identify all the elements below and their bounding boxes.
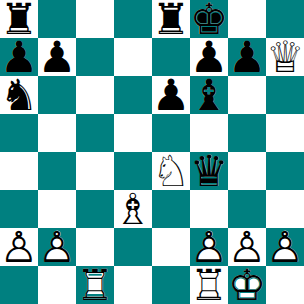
square-c3[interactable] xyxy=(76,190,114,228)
white-bishop-glyph: ♗ xyxy=(114,190,152,228)
square-h2[interactable]: ♟♙ xyxy=(266,228,304,266)
square-h7[interactable]: ♛♕ xyxy=(266,38,304,76)
square-h6[interactable] xyxy=(266,76,304,114)
black-queen-glyph: ♛ xyxy=(190,152,228,190)
square-g4[interactable] xyxy=(228,152,266,190)
piece-white-king[interactable]: ♚♔ xyxy=(228,266,266,304)
square-f1[interactable]: ♜♖ xyxy=(190,266,228,304)
piece-black-knight[interactable]: ♘♞ xyxy=(0,76,38,114)
chess-board: ♖♜♖♜♔♚♙♟♙♟♙♟♙♟♛♕♘♞♙♟♗♝♞♘♕♛♝♗♟♙♟♙♟♙♟♙♟♙♜♖… xyxy=(0,0,304,304)
square-d1[interactable] xyxy=(114,266,152,304)
piece-black-queen[interactable]: ♕♛ xyxy=(190,152,228,190)
square-c4[interactable] xyxy=(76,152,114,190)
square-a4[interactable] xyxy=(0,152,38,190)
square-e6[interactable]: ♙♟ xyxy=(152,76,190,114)
square-a2[interactable]: ♟♙ xyxy=(0,228,38,266)
square-c7[interactable] xyxy=(76,38,114,76)
white-queen-glyph: ♕ xyxy=(266,38,304,76)
piece-white-pawn[interactable]: ♟♙ xyxy=(0,228,38,266)
white-king-glyph: ♔ xyxy=(228,266,266,304)
square-f4[interactable]: ♕♛ xyxy=(190,152,228,190)
square-g5[interactable] xyxy=(228,114,266,152)
piece-white-knight[interactable]: ♞♘ xyxy=(152,152,190,190)
piece-white-rook[interactable]: ♜♖ xyxy=(190,266,228,304)
square-c8[interactable] xyxy=(76,0,114,38)
square-e3[interactable] xyxy=(152,190,190,228)
square-f6[interactable]: ♗♝ xyxy=(190,76,228,114)
square-e1[interactable] xyxy=(152,266,190,304)
white-pawn-glyph: ♙ xyxy=(0,228,38,266)
black-knight-glyph: ♞ xyxy=(0,76,38,114)
square-d5[interactable] xyxy=(114,114,152,152)
square-g1[interactable]: ♚♔ xyxy=(228,266,266,304)
square-a5[interactable] xyxy=(0,114,38,152)
piece-black-pawn[interactable]: ♙♟ xyxy=(152,76,190,114)
square-b4[interactable] xyxy=(38,152,76,190)
white-rook-glyph: ♖ xyxy=(76,266,114,304)
square-e4[interactable]: ♞♘ xyxy=(152,152,190,190)
piece-black-bishop[interactable]: ♗♝ xyxy=(190,76,228,114)
square-e2[interactable] xyxy=(152,228,190,266)
piece-white-pawn[interactable]: ♟♙ xyxy=(266,228,304,266)
white-pawn-glyph: ♙ xyxy=(266,228,304,266)
square-c1[interactable]: ♜♖ xyxy=(76,266,114,304)
square-b5[interactable] xyxy=(38,114,76,152)
square-d7[interactable] xyxy=(114,38,152,76)
black-bishop-glyph: ♝ xyxy=(190,76,228,114)
square-b1[interactable] xyxy=(38,266,76,304)
black-rook-glyph: ♜ xyxy=(152,0,190,38)
square-h1[interactable] xyxy=(266,266,304,304)
square-h4[interactable] xyxy=(266,152,304,190)
square-h5[interactable] xyxy=(266,114,304,152)
piece-white-pawn[interactable]: ♟♙ xyxy=(38,228,76,266)
square-b7[interactable]: ♙♟ xyxy=(38,38,76,76)
square-d6[interactable] xyxy=(114,76,152,114)
square-d8[interactable] xyxy=(114,0,152,38)
black-pawn-glyph: ♟ xyxy=(38,38,76,76)
square-a6[interactable]: ♘♞ xyxy=(0,76,38,114)
square-d2[interactable] xyxy=(114,228,152,266)
square-b2[interactable]: ♟♙ xyxy=(38,228,76,266)
white-pawn-glyph: ♙ xyxy=(38,228,76,266)
white-knight-glyph: ♘ xyxy=(152,152,190,190)
piece-black-pawn[interactable]: ♙♟ xyxy=(228,38,266,76)
piece-white-rook[interactable]: ♜♖ xyxy=(76,266,114,304)
square-a1[interactable] xyxy=(0,266,38,304)
white-rook-glyph: ♖ xyxy=(190,266,228,304)
square-c6[interactable] xyxy=(76,76,114,114)
square-b6[interactable] xyxy=(38,76,76,114)
square-d3[interactable]: ♝♗ xyxy=(114,190,152,228)
piece-white-queen[interactable]: ♛♕ xyxy=(266,38,304,76)
square-c5[interactable] xyxy=(76,114,114,152)
black-pawn-glyph: ♟ xyxy=(152,76,190,114)
piece-black-rook[interactable]: ♖♜ xyxy=(152,0,190,38)
piece-black-pawn[interactable]: ♙♟ xyxy=(38,38,76,76)
square-g6[interactable] xyxy=(228,76,266,114)
piece-white-bishop[interactable]: ♝♗ xyxy=(114,190,152,228)
black-pawn-glyph: ♟ xyxy=(228,38,266,76)
square-e8[interactable]: ♖♜ xyxy=(152,0,190,38)
square-g7[interactable]: ♙♟ xyxy=(228,38,266,76)
